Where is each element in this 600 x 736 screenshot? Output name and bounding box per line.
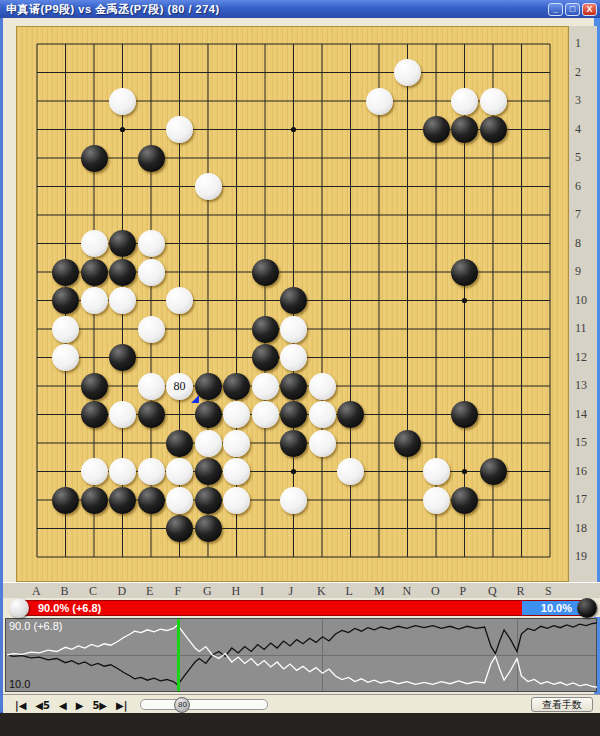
graph-white-label: 90.0 (+6.8) (9, 620, 63, 632)
stone-black-C13 (81, 373, 108, 400)
stone-black-P14 (451, 401, 478, 428)
stone-black-N15 (394, 430, 421, 457)
col-label-D: D (118, 584, 127, 599)
nav-button-2[interactable]: ◀ (59, 699, 67, 713)
col-label-G: G (203, 584, 212, 599)
stone-white-H15 (223, 430, 250, 457)
stone-white-G6 (195, 173, 222, 200)
minimize-button[interactable]: _ (548, 3, 563, 16)
navigation-toolbar: |◀◀5◀▶5▶▶| 80 查看手数 (3, 694, 600, 713)
row-label-11: 11 (575, 321, 587, 336)
stone-black-Q16 (480, 458, 507, 485)
stone-white-F4 (166, 116, 193, 143)
stone-black-P9 (451, 259, 478, 286)
stone-white-B12 (52, 344, 79, 371)
nav-button-0[interactable]: |◀ (15, 699, 26, 713)
stone-black-G17 (195, 487, 222, 514)
stone-black-J14 (280, 401, 307, 428)
stone-white-D14 (109, 401, 136, 428)
stone-white-J11 (280, 316, 307, 343)
row-label-17: 17 (575, 492, 587, 507)
row-label-14: 14 (575, 407, 587, 422)
nav-button-4[interactable]: 5▶ (92, 699, 107, 713)
stone-black-I9 (252, 259, 279, 286)
row-label-7: 7 (575, 207, 581, 222)
row-label-12: 12 (575, 350, 587, 365)
nav-button-3[interactable]: ▶ (76, 699, 84, 713)
stone-white-C10 (81, 287, 108, 314)
stone-black-F15 (166, 430, 193, 457)
maximize-button[interactable]: □ (565, 3, 580, 16)
row-label-3: 3 (575, 93, 581, 108)
stone-white-B11 (52, 316, 79, 343)
stone-white-J17 (280, 487, 307, 514)
stone-white-L16 (337, 458, 364, 485)
go-board[interactable]: 80 (16, 26, 569, 582)
stone-white-K13 (309, 373, 336, 400)
col-label-K: K (317, 584, 326, 599)
black-winrate-curve (7, 623, 597, 685)
winrate-bar-track: 90.0% (+6.8) 10.0% (19, 600, 587, 616)
stone-white-C8 (81, 230, 108, 257)
col-label-O: O (431, 584, 440, 599)
stone-white-Q3 (480, 88, 507, 115)
row-label-13: 13 (575, 378, 587, 393)
col-label-H: H (232, 584, 241, 599)
stone-black-C17 (81, 487, 108, 514)
current-move-marker[interactable] (177, 619, 180, 691)
stone-black-E17 (138, 487, 165, 514)
col-label-F: F (175, 584, 182, 599)
close-button[interactable]: X (582, 3, 597, 16)
stone-black-C9 (81, 259, 108, 286)
stone-white-F16 (166, 458, 193, 485)
stone-black-B10 (52, 287, 79, 314)
stone-black-L14 (337, 401, 364, 428)
title-bar[interactable]: 申真谞(P9段) vs 金禹丞(P7段) (80 / 274) _ □ X (0, 0, 600, 18)
column-coordinate-strip: ABCDEFGHIJKLMNOPQRS (3, 582, 600, 598)
stone-white-F13: 80 (166, 373, 193, 400)
col-label-L: L (346, 584, 353, 599)
stone-black-B9 (52, 259, 79, 286)
stone-white-P3 (451, 88, 478, 115)
stone-black-G18 (195, 515, 222, 542)
stone-black-D9 (109, 259, 136, 286)
stone-white-F17 (166, 487, 193, 514)
nav-button-1[interactable]: ◀5 (35, 699, 50, 713)
stone-white-I14 (252, 401, 279, 428)
stone-white-K15 (309, 430, 336, 457)
col-label-R: R (517, 584, 525, 599)
stone-black-I12 (252, 344, 279, 371)
row-label-10: 10 (575, 293, 587, 308)
view-move-numbers-button[interactable]: 查看手数 (531, 697, 593, 712)
col-label-M: M (374, 584, 385, 599)
stone-black-J13 (280, 373, 307, 400)
row-label-19: 19 (575, 549, 587, 564)
stone-white-I13 (252, 373, 279, 400)
winrate-bar: 90.0% (+6.8) 10.0% (3, 598, 600, 617)
stone-black-D17 (109, 487, 136, 514)
window-controls: _ □ X (548, 3, 597, 16)
stone-white-D10 (109, 287, 136, 314)
col-label-S: S (545, 584, 552, 599)
window-title: 申真谞(P9段) vs 金禹丞(P7段) (80 / 274) (6, 2, 548, 17)
stone-white-E9 (138, 259, 165, 286)
col-label-N: N (403, 584, 412, 599)
winrate-graph[interactable]: 90.0 (+6.8) 10.0 (5, 618, 597, 692)
stone-black-D12 (109, 344, 136, 371)
stone-black-P17 (451, 487, 478, 514)
stone-white-C16 (81, 458, 108, 485)
graph-black-label: 10.0 (9, 678, 30, 690)
stone-white-O17 (423, 487, 450, 514)
current-move-number: 80 (174, 379, 186, 394)
stone-black-E14 (138, 401, 165, 428)
stone-white-D3 (109, 88, 136, 115)
col-label-A: A (32, 584, 41, 599)
stone-white-E16 (138, 458, 165, 485)
row-label-4: 4 (575, 122, 581, 137)
stone-white-H14 (223, 401, 250, 428)
col-label-P: P (460, 584, 467, 599)
stone-white-J12 (280, 344, 307, 371)
move-slider[interactable]: 80 (140, 699, 268, 710)
row-label-1: 1 (575, 36, 581, 51)
black-stone-icon (577, 598, 597, 618)
col-label-Q: Q (488, 584, 497, 599)
stone-white-F10 (166, 287, 193, 314)
stone-white-H17 (223, 487, 250, 514)
stone-black-D8 (109, 230, 136, 257)
row-label-15: 15 (575, 435, 587, 450)
row-label-6: 6 (575, 179, 581, 194)
stone-black-C5 (81, 145, 108, 172)
stone-black-F18 (166, 515, 193, 542)
stone-white-H16 (223, 458, 250, 485)
stone-black-H13 (223, 373, 250, 400)
stone-white-N2 (394, 59, 421, 86)
variation-triangle-marker (191, 395, 199, 403)
stone-black-J15 (280, 430, 307, 457)
stone-black-Q4 (480, 116, 507, 143)
move-slider-thumb[interactable]: 80 (174, 697, 190, 713)
stone-white-E8 (138, 230, 165, 257)
stone-white-K14 (309, 401, 336, 428)
row-label-18: 18 (575, 521, 587, 536)
stone-white-D16 (109, 458, 136, 485)
nav-button-5[interactable]: ▶| (116, 699, 127, 713)
winrate-curves (6, 619, 598, 691)
white-stone-icon (9, 598, 29, 618)
stone-white-E13 (138, 373, 165, 400)
row-label-5: 5 (575, 150, 581, 165)
row-coordinate-strip: 12345678910111213141516171819 (569, 26, 597, 582)
app-window: 申真谞(P9段) vs 金禹丞(P7段) (80 / 274) _ □ X 80… (0, 0, 600, 713)
stone-black-O4 (423, 116, 450, 143)
stone-black-E5 (138, 145, 165, 172)
stone-black-C14 (81, 401, 108, 428)
col-label-J: J (289, 584, 294, 599)
stone-white-O16 (423, 458, 450, 485)
nav-buttons: |◀◀5◀▶5▶▶| (15, 695, 136, 713)
row-label-8: 8 (575, 236, 581, 251)
stone-black-J10 (280, 287, 307, 314)
stone-black-G16 (195, 458, 222, 485)
stone-white-E11 (138, 316, 165, 343)
stone-black-B17 (52, 487, 79, 514)
row-label-16: 16 (575, 464, 587, 479)
white-winrate-segment: 90.0% (+6.8) (20, 601, 522, 615)
stone-black-I11 (252, 316, 279, 343)
col-label-C: C (89, 584, 97, 599)
stone-black-G14 (195, 401, 222, 428)
col-label-E: E (146, 584, 153, 599)
white-winrate-curve (7, 625, 597, 687)
col-label-B: B (61, 584, 69, 599)
row-label-2: 2 (575, 65, 581, 80)
stone-black-P4 (451, 116, 478, 143)
stone-white-M3 (366, 88, 393, 115)
col-label-I: I (260, 584, 264, 599)
row-label-9: 9 (575, 264, 581, 279)
stone-white-G15 (195, 430, 222, 457)
